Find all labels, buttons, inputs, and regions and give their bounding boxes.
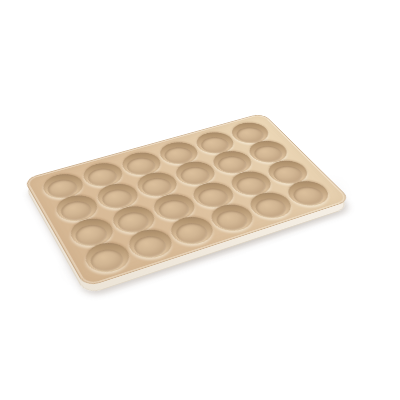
pan-top-deck xyxy=(23,113,351,288)
cup-grid xyxy=(36,119,337,278)
muffin-pan xyxy=(23,113,351,288)
product-photo xyxy=(0,0,400,400)
photo-scene xyxy=(0,0,400,400)
